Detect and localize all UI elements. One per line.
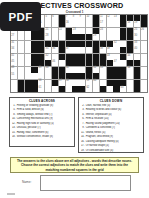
clue-number: 31 <box>11 41 14 44</box>
black-cell <box>134 73 140 79</box>
black-cell <box>134 80 140 86</box>
clue-number: 47 <box>114 60 117 63</box>
grid-cell[interactable] <box>11 80 17 86</box>
black-cell <box>79 41 85 47</box>
black-cell <box>134 60 140 66</box>
grid-cell[interactable] <box>113 54 119 60</box>
grid-cell[interactable]: 17 <box>100 21 106 27</box>
black-cell <box>72 54 78 60</box>
black-cell <box>127 41 133 47</box>
grid-cell[interactable] <box>18 60 24 66</box>
clue-number: 63 <box>121 86 124 89</box>
grid-cell[interactable]: 5 <box>45 15 51 21</box>
black-cell <box>120 21 126 27</box>
clues-down-box: CLUES DOWN 2.Lean, narrow, fine (4)3.Rel… <box>78 97 144 153</box>
clue-number: 12 <box>107 15 110 18</box>
grid-cell[interactable]: 24 <box>100 28 106 34</box>
clue-number: 37 <box>66 47 69 50</box>
grid-cell[interactable] <box>18 47 24 53</box>
clue-number: 57 <box>59 79 62 82</box>
clue-number: 19 <box>134 21 137 24</box>
grid-cell[interactable]: 44 <box>127 54 133 60</box>
grid-cell[interactable] <box>100 80 106 86</box>
name-label: Name: <box>22 180 31 184</box>
clue-number: 44 <box>127 54 130 57</box>
clue-number: 9 <box>80 15 81 18</box>
black-cell <box>79 34 85 40</box>
black-cell <box>38 34 44 40</box>
black-cell <box>59 41 65 47</box>
grid-cell[interactable] <box>72 80 78 86</box>
black-cell <box>59 21 65 27</box>
black-cell <box>18 80 24 86</box>
grid-cell[interactable] <box>31 73 37 79</box>
black-cell <box>127 47 133 53</box>
clue-number: 36 <box>52 47 55 50</box>
grid-cell[interactable] <box>107 28 113 34</box>
grid-cell[interactable] <box>79 21 85 27</box>
clue-number: 13 <box>114 15 117 18</box>
black-cell <box>72 86 78 92</box>
grid-cell[interactable]: 13 <box>113 15 119 21</box>
grid-cell[interactable] <box>52 86 58 92</box>
grid-cell[interactable]: 7 <box>66 15 72 21</box>
clue-number: 45 <box>11 60 14 63</box>
clue-number: 18 <box>127 21 130 24</box>
black-cell <box>52 73 58 79</box>
grid-cell[interactable] <box>79 80 85 86</box>
clue-number: 42 <box>45 54 48 57</box>
grid-cell[interactable] <box>100 34 106 40</box>
clue-number: 21 <box>45 28 48 31</box>
black-cell <box>66 41 72 47</box>
clue-number: 41 <box>11 54 14 57</box>
grid-cell[interactable]: 50 <box>45 67 51 73</box>
black-cell <box>134 86 140 92</box>
grid-cell[interactable] <box>25 67 31 73</box>
clue-number: 61 <box>39 86 42 89</box>
black-cell <box>59 15 65 21</box>
grid-cell[interactable]: 21 <box>45 28 51 34</box>
black-cell <box>100 41 106 47</box>
grid-cell[interactable]: 28 <box>45 34 51 40</box>
grid-cell[interactable]: 63 <box>120 86 126 92</box>
black-cell <box>107 80 113 86</box>
clue-number: 24 <box>100 28 103 31</box>
grid-cell[interactable] <box>141 73 147 79</box>
grid-cell[interactable] <box>127 73 133 79</box>
grid-cell[interactable] <box>93 86 99 92</box>
black-cell <box>93 28 99 34</box>
black-cell <box>31 34 37 40</box>
grid-cell[interactable] <box>66 86 72 92</box>
grid-cell[interactable]: 48 <box>11 67 17 73</box>
grid-cell[interactable] <box>79 47 85 53</box>
clue-number: 26 <box>141 28 144 31</box>
clue-number: 50 <box>45 66 48 69</box>
black-cell <box>120 80 126 86</box>
grid-cell[interactable] <box>45 86 51 92</box>
black-cell <box>79 60 85 66</box>
grid-cell[interactable] <box>72 21 78 27</box>
grid-cell[interactable]: 46 <box>52 60 58 66</box>
black-cell <box>59 86 65 92</box>
grid-cell[interactable]: 35 <box>45 47 51 53</box>
grid-cell[interactable] <box>141 60 147 66</box>
black-cell <box>25 80 31 86</box>
grid-cell[interactable]: 23 <box>72 28 78 34</box>
grid-cell[interactable] <box>72 67 78 73</box>
clue-number: 48 <box>11 66 14 69</box>
black-cell <box>52 80 58 86</box>
black-cell <box>31 67 37 73</box>
clue-number: 52 <box>93 66 96 69</box>
black-cell <box>31 60 37 66</box>
grid-cell[interactable] <box>141 34 147 40</box>
grid-cell[interactable] <box>134 54 140 60</box>
black-cell <box>141 15 147 21</box>
grid-cell[interactable]: 34 <box>11 47 17 53</box>
black-cell <box>45 41 51 47</box>
black-cell <box>93 54 99 60</box>
black-cell <box>120 73 126 79</box>
grid-cell[interactable]: 42 <box>45 54 51 60</box>
clue-number: 16 <box>66 21 69 24</box>
grid-cell[interactable] <box>25 41 31 47</box>
clue-number: 28 <box>45 34 48 37</box>
clue-number: 51 <box>66 66 69 69</box>
grid-cell[interactable] <box>113 21 119 27</box>
clue-number: 39 <box>107 47 110 50</box>
clue-number: 54 <box>127 66 130 69</box>
clue-number: 55 <box>11 73 14 76</box>
grid-cell[interactable] <box>52 54 58 60</box>
black-cell <box>86 41 92 47</box>
clue-number: 8 <box>73 15 74 18</box>
black-cell <box>100 86 106 92</box>
grid-cell[interactable]: 52 <box>93 67 99 73</box>
black-cell <box>100 54 106 60</box>
clue-number: 53 <box>100 66 103 69</box>
black-cell <box>66 34 72 40</box>
grid-cell[interactable]: 11 <box>100 15 106 21</box>
grid-cell[interactable] <box>86 28 92 34</box>
clue-number: 7 <box>66 15 67 18</box>
black-cell <box>52 67 58 73</box>
black-cell <box>31 47 37 53</box>
grid-cell[interactable]: 31 <box>11 41 17 47</box>
clues-across-list: 1.Feeling or showing gratitude (8)5.Firm… <box>12 104 73 140</box>
clue-number: 58 <box>66 79 69 82</box>
grid-cell[interactable] <box>120 60 126 66</box>
grid-cell[interactable] <box>127 86 133 92</box>
grid-cell[interactable] <box>107 21 113 27</box>
black-cell <box>120 67 126 73</box>
black-cell <box>79 54 85 60</box>
black-cell <box>66 54 72 60</box>
grid-cell[interactable]: 9 <box>79 15 85 21</box>
black-cell <box>107 73 113 79</box>
grid-cell[interactable] <box>141 86 147 92</box>
grid-cell[interactable] <box>45 73 51 79</box>
grid-cell[interactable]: 47 <box>113 60 119 66</box>
clue-number: 29 <box>93 34 96 37</box>
pdf-badge-label: PDF <box>8 11 32 23</box>
black-cell <box>79 86 85 92</box>
clue-number: 35 <box>45 47 48 50</box>
instruction-box: The answers to the clues above are all a… <box>10 157 139 174</box>
grid-cell[interactable] <box>141 54 147 60</box>
black-cell <box>120 15 126 21</box>
clues-down-header: CLUES DOWN <box>81 99 142 103</box>
grid-cell[interactable] <box>25 34 31 40</box>
black-cell <box>52 41 58 47</box>
black-cell <box>93 21 99 27</box>
clue-item: 19.Of considerable size (3) <box>81 149 142 153</box>
grid-cell[interactable]: 10 <box>86 15 92 21</box>
worksheet-page: ADJECTIVES CROSSWORD Crossword 1 1234567… <box>0 0 149 198</box>
black-cell <box>59 47 65 53</box>
grid-cell[interactable] <box>45 80 51 86</box>
grid-cell[interactable]: 56 <box>38 80 44 86</box>
grid-cell[interactable] <box>127 80 133 86</box>
grid-cell[interactable] <box>79 67 85 73</box>
black-cell <box>31 54 37 60</box>
black-cell <box>120 47 126 53</box>
clue-number: 49 <box>39 66 42 69</box>
clue-number: 27 <box>11 34 14 37</box>
clue-number: 38 <box>100 47 103 50</box>
black-cell <box>86 60 92 66</box>
grid-cell[interactable] <box>52 34 58 40</box>
grid-cell[interactable] <box>11 86 17 92</box>
name-input[interactable] <box>40 175 131 191</box>
grid-cell[interactable]: 19 <box>134 21 140 27</box>
clue-number: 25 <box>134 28 137 31</box>
grid-cell[interactable]: 29 <box>93 34 99 40</box>
grid-cell[interactable] <box>113 47 119 53</box>
grid-cell[interactable]: 18 <box>127 21 133 27</box>
clue-number: 10 <box>86 15 89 18</box>
grid-cell[interactable] <box>45 21 51 27</box>
clue-number: 46 <box>52 60 55 63</box>
black-cell <box>66 28 72 34</box>
clue-number: 6 <box>52 15 53 18</box>
grid-cell[interactable] <box>18 73 24 79</box>
grid-cell[interactable]: 25 <box>134 28 140 34</box>
black-cell <box>59 54 65 60</box>
grid-cell[interactable]: 51 <box>66 67 72 73</box>
grid-cell[interactable] <box>113 34 119 40</box>
black-cell <box>72 34 78 40</box>
black-cell <box>107 41 113 47</box>
black-cell <box>134 67 140 73</box>
clue-number: 62 <box>86 86 89 89</box>
grid-cell[interactable]: 12 <box>107 15 113 21</box>
clue-number: 33 <box>134 41 137 44</box>
grid-cell[interactable] <box>18 54 24 60</box>
black-cell <box>127 15 133 21</box>
grid-cell[interactable] <box>86 21 92 27</box>
black-cell <box>59 67 65 73</box>
black-cell <box>93 47 99 53</box>
grid-cell[interactable]: 8 <box>72 15 78 21</box>
grid-cell[interactable]: 26 <box>141 28 147 34</box>
footer-mark <box>7 193 15 195</box>
clue-number: 11 <box>100 15 103 18</box>
grid-cell[interactable]: 22 <box>59 28 65 34</box>
grid-cell[interactable]: 38 <box>100 47 106 53</box>
grid-cell[interactable] <box>18 41 24 47</box>
grid-cell[interactable]: 57 <box>59 80 65 86</box>
clue-number: 5 <box>45 15 46 18</box>
clues-down-list: 2.Lean, narrow, fine (4)3.Relating to bi… <box>81 104 142 153</box>
grid-cell[interactable] <box>141 67 147 73</box>
grid-cell[interactable]: 61 <box>38 86 44 92</box>
grid-cell[interactable] <box>18 34 24 40</box>
clue-number: 17 <box>100 21 103 24</box>
clue-number: 30 <box>134 34 137 37</box>
black-cell <box>107 60 113 66</box>
grid-cell[interactable] <box>100 73 106 79</box>
grid-cell[interactable] <box>141 80 147 86</box>
grid-cell[interactable] <box>59 34 65 40</box>
black-cell <box>134 15 140 21</box>
grid-cell[interactable] <box>25 73 31 79</box>
black-cell <box>38 54 44 60</box>
grid-cell[interactable] <box>79 28 85 34</box>
grid-cell[interactable] <box>59 60 65 66</box>
grid-cell[interactable]: 60 <box>93 80 99 86</box>
black-cell <box>113 80 119 86</box>
grid-cell[interactable]: 55 <box>11 73 17 79</box>
clue-number: 60 <box>93 79 96 82</box>
grid-cell[interactable]: 59 <box>86 80 92 86</box>
grid-cell[interactable]: 6 <box>52 15 58 21</box>
grid-cell[interactable] <box>141 47 147 53</box>
clues-across-header: CLUES ACROSS <box>12 99 73 103</box>
black-cell <box>86 54 92 60</box>
grid-cell[interactable] <box>107 34 113 40</box>
black-cell <box>113 67 119 73</box>
black-cell <box>79 73 85 79</box>
grid-cell[interactable] <box>107 86 113 92</box>
grid-cell[interactable] <box>25 60 31 66</box>
black-cell <box>107 67 113 73</box>
black-cell <box>38 47 44 53</box>
black-cell <box>72 60 78 66</box>
clue-number: 32 <box>114 41 117 44</box>
grid-cell[interactable]: 49 <box>38 67 44 73</box>
grid-cell[interactable]: 43 <box>107 54 113 60</box>
pdf-badge: PDF <box>0 2 41 31</box>
black-cell <box>93 15 99 21</box>
grid-cell[interactable]: 37 <box>66 47 72 53</box>
grid-cell[interactable] <box>52 21 58 27</box>
black-cell <box>31 80 37 86</box>
black-cell <box>93 41 99 47</box>
black-cell <box>18 86 24 92</box>
grid-cell[interactable] <box>25 47 31 53</box>
black-cell <box>72 41 78 47</box>
black-cell <box>113 73 119 79</box>
grid-cell[interactable] <box>72 47 78 53</box>
grid-cell[interactable] <box>86 47 92 53</box>
clue-number: 56 <box>39 79 42 82</box>
grid-cell[interactable]: 16 <box>66 21 72 27</box>
black-cell <box>31 86 37 92</box>
grid-cell[interactable]: 54 <box>127 67 133 73</box>
black-cell <box>25 86 31 92</box>
clue-number: 43 <box>107 54 110 57</box>
clue-number: 59 <box>86 79 89 82</box>
grid-cell[interactable]: 41 <box>11 54 17 60</box>
black-cell <box>127 28 133 34</box>
black-cell <box>38 41 44 47</box>
clue-number: 23 <box>73 28 76 31</box>
grid-cell[interactable] <box>18 67 24 73</box>
black-cell <box>72 73 78 79</box>
black-cell <box>113 86 119 92</box>
grid-cell[interactable]: 36 <box>52 47 58 53</box>
clue-number: 22 <box>59 28 62 31</box>
black-cell <box>86 34 92 40</box>
grid-cell[interactable] <box>25 54 31 60</box>
clue-number: 34 <box>11 47 14 50</box>
black-cell <box>120 34 126 40</box>
grid-cell[interactable]: 33 <box>134 41 140 47</box>
grid-cell[interactable]: 27 <box>11 34 17 40</box>
grid-cell[interactable]: 53 <box>100 67 106 73</box>
clue-number: 40 <box>134 47 137 50</box>
grid-cell[interactable] <box>141 41 147 47</box>
black-cell <box>120 28 126 34</box>
black-cell <box>127 34 133 40</box>
grid-cell[interactable]: 40 <box>134 47 140 53</box>
grid-cell[interactable]: 32 <box>113 41 119 47</box>
grid-cell[interactable]: 62 <box>86 86 92 92</box>
grid-cell[interactable]: 39 <box>107 47 113 53</box>
grid-cell[interactable]: 30 <box>134 34 140 40</box>
grid-cell[interactable] <box>113 28 119 34</box>
black-cell <box>31 41 37 47</box>
grid-cell[interactable] <box>52 28 58 34</box>
black-cell <box>86 67 92 73</box>
clue-item: 18.Without convenience, inside (8) <box>12 135 73 139</box>
grid-cell[interactable]: 58 <box>66 80 72 86</box>
clues-across-box: CLUES ACROSS 1.Feeling or showing gratit… <box>9 97 75 147</box>
grid-cell[interactable] <box>120 41 126 47</box>
black-cell <box>141 21 147 27</box>
black-cell <box>120 54 126 60</box>
